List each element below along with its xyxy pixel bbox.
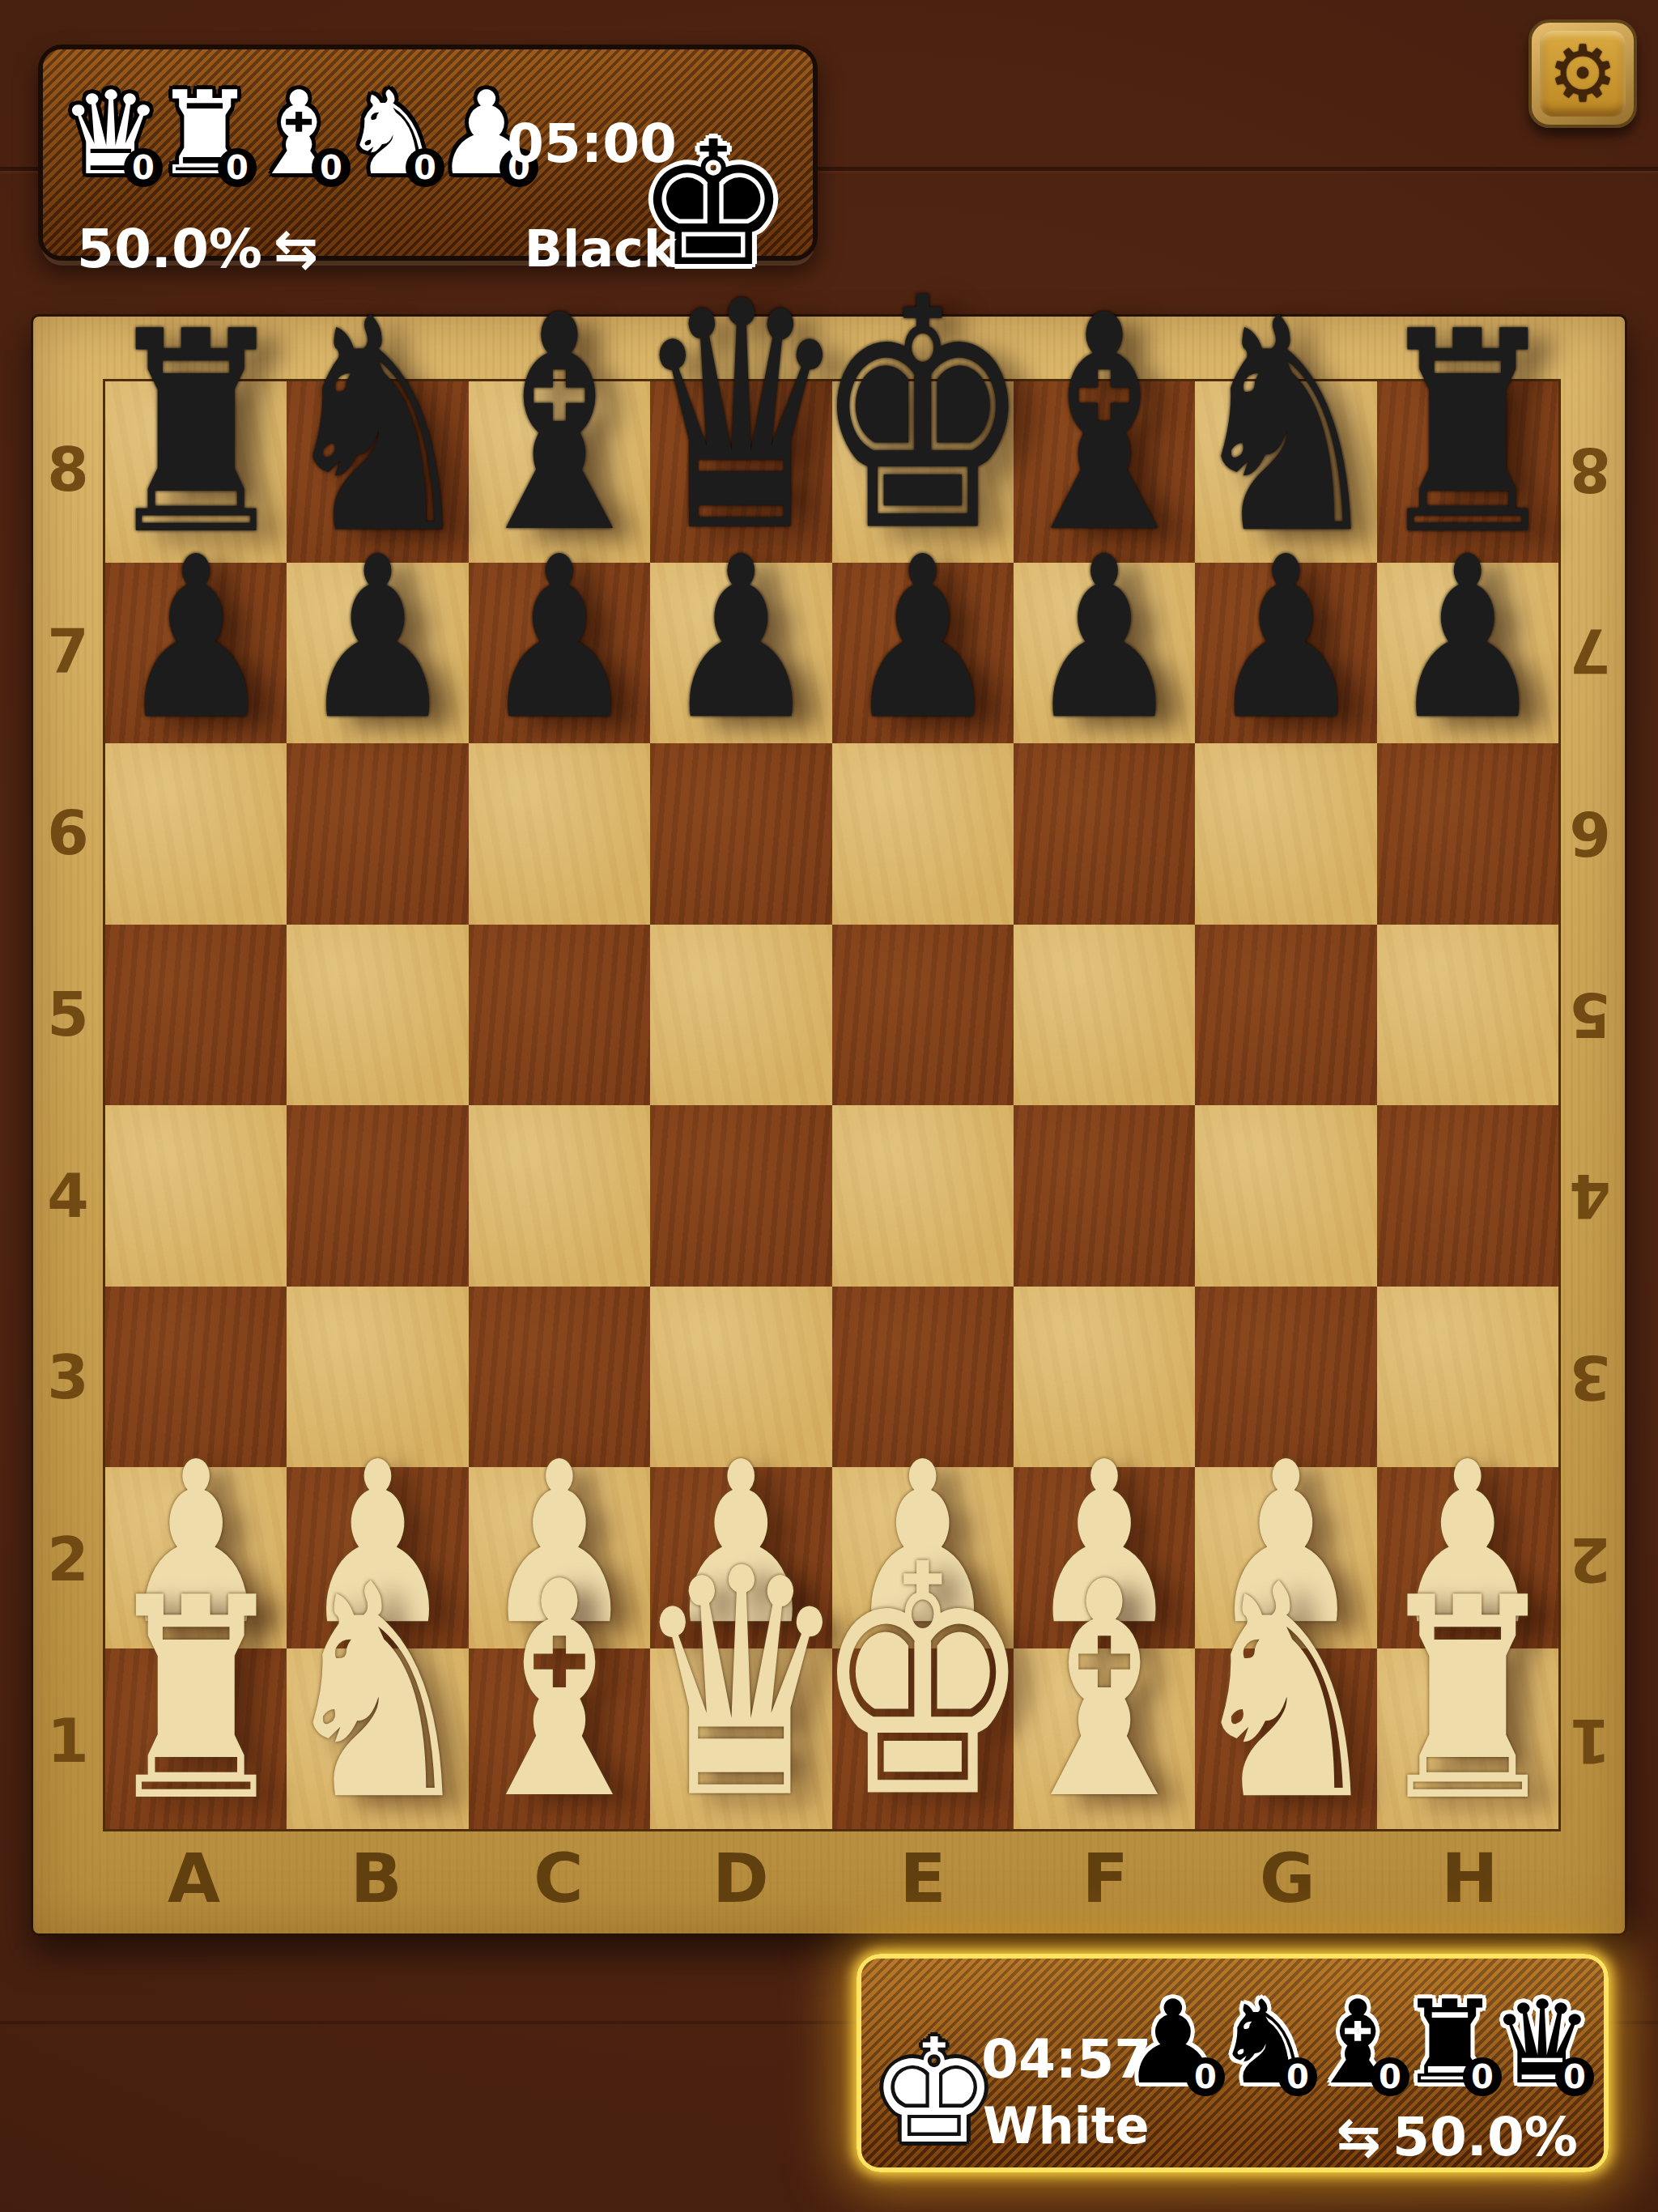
- square-a4[interactable]: [105, 1105, 287, 1287]
- square-h5[interactable]: [1377, 925, 1558, 1106]
- rank-label-right-2: 2: [1555, 1469, 1625, 1650]
- black-win-percent: 50.0%: [77, 223, 262, 276]
- square-h4[interactable]: [1377, 1105, 1558, 1287]
- square-a7[interactable]: ♟: [105, 563, 287, 744]
- white-captured-row: ♟0♞0♝0♜0♛0: [1131, 1991, 1584, 2095]
- piece-black-pawn-f7[interactable]: ♟: [1027, 539, 1181, 740]
- square-g7[interactable]: ♟: [1195, 563, 1376, 744]
- captured-knight-icon: ♞0: [1223, 1991, 1307, 2095]
- square-b4[interactable]: [287, 1105, 468, 1287]
- square-e5[interactable]: [832, 925, 1014, 1106]
- piece-white-knight-g1[interactable]: ♞: [1184, 1560, 1388, 1826]
- piece-white-bishop-c1[interactable]: ♝: [457, 1559, 662, 1826]
- piece-black-pawn-g7[interactable]: ♟: [1209, 539, 1363, 740]
- square-f5[interactable]: [1014, 925, 1195, 1106]
- rank-label-left-3: 3: [33, 1287, 103, 1468]
- square-b6[interactable]: [287, 743, 468, 925]
- square-b7[interactable]: ♟: [287, 563, 468, 744]
- piece-black-pawn-e7[interactable]: ♟: [846, 539, 1000, 740]
- square-h1[interactable]: ♜: [1377, 1648, 1558, 1830]
- square-d7[interactable]: ♟: [650, 563, 831, 744]
- square-g5[interactable]: [1195, 925, 1376, 1106]
- square-e6[interactable]: [832, 743, 1014, 925]
- rank-label-left-5: 5: [33, 924, 103, 1105]
- rank-label-right-7: 7: [1555, 560, 1625, 742]
- square-f1[interactable]: ♝: [1014, 1648, 1195, 1830]
- rank-label-left-6: 6: [33, 742, 103, 924]
- white-king-icon: ♚: [869, 2020, 999, 2164]
- board-grid: ♜♞♝♛♚♝♞♜♟♟♟♟♟♟♟♟♟♟♟♟♟♟♟♟♜♞♝♛♚♝♞♜: [105, 381, 1558, 1829]
- square-d6[interactable]: [650, 743, 831, 925]
- piece-white-bishop-f1[interactable]: ♝: [1002, 1559, 1207, 1826]
- rank-label-right-5: 5: [1555, 924, 1625, 1105]
- piece-white-rook-h1[interactable]: ♜: [1371, 1576, 1563, 1826]
- white-panel-bottom-row: ⇆ 50.0%: [1325, 2111, 1578, 2164]
- captured-queen-icon: ♛0: [69, 82, 153, 185]
- rank-label-right-1: 1: [1555, 1650, 1625, 1831]
- settings-button[interactable]: ⚙: [1528, 19, 1637, 128]
- captured-queen-icon: ♛0: [1500, 1991, 1584, 2095]
- rank-label-left-8: 8: [33, 379, 103, 560]
- square-d4[interactable]: [650, 1105, 831, 1287]
- rank-label-left-7: 7: [33, 560, 103, 742]
- square-h7[interactable]: ♟: [1377, 563, 1558, 744]
- square-d1[interactable]: ♛: [650, 1648, 831, 1830]
- captured-pawn-icon: ♟0: [1131, 1991, 1215, 2095]
- square-b5[interactable]: [287, 925, 468, 1106]
- square-c7[interactable]: ♟: [469, 563, 650, 744]
- rank-label-right-8: 8: [1555, 379, 1625, 560]
- captured-queen-count: 0: [1555, 2057, 1594, 2096]
- square-a5[interactable]: [105, 925, 287, 1106]
- captured-rook-icon: ♜0: [163, 82, 247, 185]
- square-c1[interactable]: ♝: [469, 1648, 650, 1830]
- square-g6[interactable]: [1195, 743, 1376, 925]
- square-c4[interactable]: [469, 1105, 650, 1287]
- square-a6[interactable]: [105, 743, 287, 925]
- gear-icon: ⚙: [1548, 28, 1618, 119]
- square-c6[interactable]: [469, 743, 650, 925]
- rank-label-right-4: 4: [1555, 1105, 1625, 1287]
- settings-button-face: ⚙: [1540, 31, 1626, 117]
- piece-black-pawn-a7[interactable]: ♟: [119, 539, 273, 740]
- captured-bishop-icon: ♝0: [1316, 1991, 1400, 2095]
- square-c5[interactable]: [469, 925, 650, 1106]
- captured-knight-icon: ♞0: [351, 82, 435, 185]
- square-e4[interactable]: [832, 1105, 1014, 1287]
- white-player-panel: ♚ 04:57 White ♟0♞0♝0♜0♛0 ⇆ 50.0%: [857, 1954, 1609, 2172]
- piece-black-pawn-b7[interactable]: ♟: [301, 539, 455, 740]
- square-e7[interactable]: ♟: [832, 563, 1014, 744]
- swap-arrows-icon: ⇆: [1337, 2111, 1381, 2164]
- black-captured-row: ♛0♜0♝0♞0♟0: [69, 82, 529, 185]
- piece-white-king-e1[interactable]: ♚: [813, 1540, 1032, 1826]
- square-f4[interactable]: [1014, 1105, 1195, 1287]
- board-inner-border: ♜♞♝♛♚♝♞♜♟♟♟♟♟♟♟♟♟♟♟♟♟♟♟♟♜♞♝♛♚♝♞♜: [103, 379, 1561, 1831]
- chess-board-frame: 87654321 87654321 ABCDEFGH ♜♞♝♛♚♝♞♜♟♟♟♟♟…: [31, 314, 1627, 1936]
- captured-rook-icon: ♜0: [1408, 1991, 1492, 2095]
- rank-label-right-6: 6: [1555, 742, 1625, 924]
- white-win-percent: 50.0%: [1392, 2111, 1578, 2164]
- square-b1[interactable]: ♞: [287, 1648, 468, 1830]
- square-g4[interactable]: [1195, 1105, 1376, 1287]
- black-player-panel: ♛0♜0♝0♞0♟0 05:00 ♚ 50.0% ⇆ Black: [38, 45, 818, 261]
- square-h6[interactable]: [1377, 743, 1558, 925]
- piece-white-rook-a1[interactable]: ♜: [100, 1576, 292, 1826]
- chess-app-screen: ♛0♜0♝0♞0♟0 05:00 ♚ 50.0% ⇆ Black ⚙ 87654…: [0, 0, 1658, 2212]
- piece-black-pawn-d7[interactable]: ♟: [664, 539, 818, 740]
- piece-black-pawn-c7[interactable]: ♟: [483, 539, 636, 740]
- rank-labels-right: 87654321: [1555, 379, 1625, 1831]
- captured-bishop-icon: ♝0: [257, 82, 341, 185]
- square-d5[interactable]: [650, 925, 831, 1106]
- square-f6[interactable]: [1014, 743, 1195, 925]
- rank-label-left-4: 4: [33, 1105, 103, 1287]
- rank-labels-left: 87654321: [33, 379, 103, 1831]
- rank-label-left-2: 2: [33, 1469, 103, 1650]
- square-g1[interactable]: ♞: [1195, 1648, 1376, 1830]
- rank-label-left-1: 1: [33, 1650, 103, 1831]
- square-e1[interactable]: ♚: [832, 1648, 1014, 1830]
- square-a1[interactable]: ♜: [105, 1648, 287, 1830]
- piece-black-pawn-h7[interactable]: ♟: [1391, 539, 1545, 740]
- rank-label-right-3: 3: [1555, 1287, 1625, 1468]
- piece-white-knight-b1[interactable]: ♞: [276, 1560, 479, 1826]
- square-f7[interactable]: ♟: [1014, 563, 1195, 744]
